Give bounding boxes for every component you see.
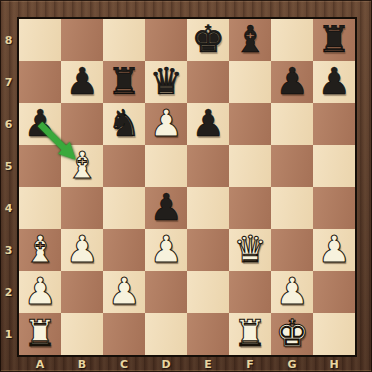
square-h5[interactable]: [313, 145, 355, 187]
rank-label-8: 8: [0, 19, 17, 61]
square-e4[interactable]: [187, 187, 229, 229]
piece-white-king: ♚: [275, 315, 308, 352]
square-g5[interactable]: [271, 145, 313, 187]
square-g8[interactable]: [271, 19, 313, 61]
piece-white-bishop: ♝: [65, 147, 98, 184]
square-g6[interactable]: [271, 103, 313, 145]
square-f3[interactable]: ♛: [229, 229, 271, 271]
piece-white-pawn: ♟: [23, 273, 56, 310]
rank-labels: 87654321: [0, 19, 17, 355]
square-d7[interactable]: ♛: [145, 61, 187, 103]
piece-black-rook: ♜: [317, 21, 350, 58]
chess-board: ♚♝♜♟♜♛♟♟♟♞♟♟♝♟♝♟♟♛♟♟♟♟♜♜♚: [17, 17, 357, 357]
piece-black-knight: ♞: [107, 105, 140, 142]
square-b4[interactable]: [61, 187, 103, 229]
square-h1[interactable]: [313, 313, 355, 355]
square-e1[interactable]: [187, 313, 229, 355]
square-b6[interactable]: [61, 103, 103, 145]
piece-black-queen: ♛: [149, 63, 182, 100]
square-d1[interactable]: [145, 313, 187, 355]
square-e7[interactable]: [187, 61, 229, 103]
square-a7[interactable]: [19, 61, 61, 103]
square-b5[interactable]: ♝: [61, 145, 103, 187]
rank-label-6: 6: [0, 103, 17, 145]
rank-label-3: 3: [0, 229, 17, 271]
square-g2[interactable]: ♟: [271, 271, 313, 313]
piece-white-pawn: ♟: [149, 105, 182, 142]
square-d2[interactable]: [145, 271, 187, 313]
square-c4[interactable]: [103, 187, 145, 229]
rank-label-1: 1: [0, 313, 17, 355]
file-label-a: A: [19, 357, 61, 372]
piece-white-rook: ♜: [233, 315, 266, 352]
square-d6[interactable]: ♟: [145, 103, 187, 145]
square-f6[interactable]: [229, 103, 271, 145]
square-c2[interactable]: ♟: [103, 271, 145, 313]
square-a4[interactable]: [19, 187, 61, 229]
file-label-e: E: [187, 357, 229, 372]
square-a2[interactable]: ♟: [19, 271, 61, 313]
piece-white-rook: ♜: [23, 315, 56, 352]
file-label-d: D: [145, 357, 187, 372]
piece-black-king: ♚: [191, 21, 224, 58]
square-e6[interactable]: ♟: [187, 103, 229, 145]
piece-black-pawn: ♟: [65, 63, 98, 100]
square-a5[interactable]: [19, 145, 61, 187]
square-a8[interactable]: [19, 19, 61, 61]
piece-black-rook: ♜: [107, 63, 140, 100]
file-label-g: G: [271, 357, 313, 372]
file-label-c: C: [103, 357, 145, 372]
file-label-h: H: [313, 357, 355, 372]
square-c1[interactable]: [103, 313, 145, 355]
square-a6[interactable]: ♟: [19, 103, 61, 145]
piece-black-pawn: ♟: [191, 105, 224, 142]
square-d8[interactable]: [145, 19, 187, 61]
square-g1[interactable]: ♚: [271, 313, 313, 355]
file-label-b: B: [61, 357, 103, 372]
square-b3[interactable]: ♟: [61, 229, 103, 271]
square-b7[interactable]: ♟: [61, 61, 103, 103]
piece-black-pawn: ♟: [275, 63, 308, 100]
piece-black-bishop: ♝: [233, 21, 266, 58]
square-h6[interactable]: [313, 103, 355, 145]
chess-board-frame: 87654321 ABCDEFGH ♚♝♜♟♜♛♟♟♟♞♟♟♝♟♝♟♟♛♟♟♟♟…: [0, 0, 372, 372]
square-a1[interactable]: ♜: [19, 313, 61, 355]
square-f1[interactable]: ♜: [229, 313, 271, 355]
file-labels: ABCDEFGH: [19, 357, 355, 372]
square-f5[interactable]: [229, 145, 271, 187]
piece-white-pawn: ♟: [275, 273, 308, 310]
square-a3[interactable]: ♝: [19, 229, 61, 271]
square-c8[interactable]: [103, 19, 145, 61]
square-d4[interactable]: ♟: [145, 187, 187, 229]
square-e3[interactable]: [187, 229, 229, 271]
square-f4[interactable]: [229, 187, 271, 229]
square-d3[interactable]: ♟: [145, 229, 187, 271]
square-f2[interactable]: [229, 271, 271, 313]
square-h3[interactable]: ♟: [313, 229, 355, 271]
square-h4[interactable]: [313, 187, 355, 229]
piece-white-pawn: ♟: [107, 273, 140, 310]
square-g4[interactable]: [271, 187, 313, 229]
square-h8[interactable]: ♜: [313, 19, 355, 61]
piece-white-pawn: ♟: [317, 231, 350, 268]
square-b2[interactable]: [61, 271, 103, 313]
rank-label-4: 4: [0, 187, 17, 229]
square-d5[interactable]: [145, 145, 187, 187]
square-b8[interactable]: [61, 19, 103, 61]
piece-white-queen: ♛: [233, 231, 266, 268]
piece-white-pawn: ♟: [65, 231, 98, 268]
square-b1[interactable]: [61, 313, 103, 355]
square-e5[interactable]: [187, 145, 229, 187]
square-f8[interactable]: ♝: [229, 19, 271, 61]
piece-white-pawn: ♟: [149, 231, 182, 268]
square-c3[interactable]: [103, 229, 145, 271]
file-label-f: F: [229, 357, 271, 372]
rank-label-5: 5: [0, 145, 17, 187]
square-e2[interactable]: [187, 271, 229, 313]
piece-white-bishop: ♝: [23, 231, 56, 268]
square-h7[interactable]: ♟: [313, 61, 355, 103]
square-f7[interactable]: [229, 61, 271, 103]
square-g3[interactable]: [271, 229, 313, 271]
square-c5[interactable]: [103, 145, 145, 187]
square-g7[interactable]: ♟: [271, 61, 313, 103]
square-c7[interactable]: ♜: [103, 61, 145, 103]
square-e8[interactable]: ♚: [187, 19, 229, 61]
square-c6[interactable]: ♞: [103, 103, 145, 145]
piece-black-pawn: ♟: [23, 105, 56, 142]
rank-label-7: 7: [0, 61, 17, 103]
rank-label-2: 2: [0, 271, 17, 313]
piece-black-pawn: ♟: [317, 63, 350, 100]
piece-black-pawn: ♟: [149, 189, 182, 226]
square-h2[interactable]: [313, 271, 355, 313]
